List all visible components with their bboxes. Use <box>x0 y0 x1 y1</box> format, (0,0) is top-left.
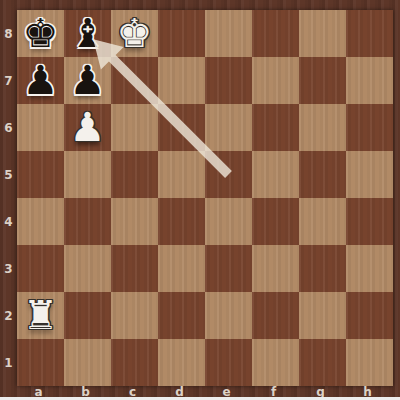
square-h4[interactable] <box>346 198 393 245</box>
square-c8[interactable]: ♚ <box>111 10 158 57</box>
square-e7[interactable] <box>205 57 252 104</box>
square-c1[interactable] <box>111 339 158 386</box>
square-e3[interactable] <box>205 245 252 292</box>
square-e6[interactable] <box>205 104 252 151</box>
square-c3[interactable] <box>111 245 158 292</box>
piece-black-bishop-b8[interactable]: ♝ <box>64 10 111 57</box>
rank-label-3: 3 <box>2 262 15 276</box>
square-b2[interactable] <box>64 292 111 339</box>
square-a7[interactable]: ♟ <box>17 57 64 104</box>
piece-black-king-a8[interactable]: ♚ <box>17 10 64 57</box>
square-e1[interactable] <box>205 339 252 386</box>
square-c5[interactable] <box>111 151 158 198</box>
square-a6[interactable] <box>17 104 64 151</box>
square-f7[interactable] <box>252 57 299 104</box>
square-c7[interactable] <box>111 57 158 104</box>
square-g6[interactable] <box>299 104 346 151</box>
chess-app-window: ♚♝♚♟♟♟♜ 87654321 abcdefgh <box>0 0 400 400</box>
piece-white-rook-a2[interactable]: ♜ <box>17 292 64 339</box>
square-a2[interactable]: ♜ <box>17 292 64 339</box>
square-d3[interactable] <box>158 245 205 292</box>
square-d5[interactable] <box>158 151 205 198</box>
square-f5[interactable] <box>252 151 299 198</box>
square-e2[interactable] <box>205 292 252 339</box>
piece-black-pawn-a7[interactable]: ♟ <box>17 57 64 104</box>
rank-label-7: 7 <box>2 74 15 88</box>
square-b6[interactable]: ♟ <box>64 104 111 151</box>
square-b8[interactable]: ♝ <box>64 10 111 57</box>
square-d6[interactable] <box>158 104 205 151</box>
square-h1[interactable] <box>346 339 393 386</box>
square-g2[interactable] <box>299 292 346 339</box>
square-f4[interactable] <box>252 198 299 245</box>
square-h5[interactable] <box>346 151 393 198</box>
square-g5[interactable] <box>299 151 346 198</box>
rank-label-8: 8 <box>2 27 15 41</box>
rank-label-5: 5 <box>2 168 15 182</box>
piece-black-pawn-b7[interactable]: ♟ <box>64 57 111 104</box>
square-e5[interactable] <box>205 151 252 198</box>
square-c2[interactable] <box>111 292 158 339</box>
square-c6[interactable] <box>111 104 158 151</box>
square-a4[interactable] <box>17 198 64 245</box>
square-b5[interactable] <box>64 151 111 198</box>
square-h2[interactable] <box>346 292 393 339</box>
rank-label-6: 6 <box>2 121 15 135</box>
square-a3[interactable] <box>17 245 64 292</box>
piece-white-pawn-b6[interactable]: ♟ <box>64 104 111 151</box>
square-d7[interactable] <box>158 57 205 104</box>
square-a8[interactable]: ♚ <box>17 10 64 57</box>
square-e4[interactable] <box>205 198 252 245</box>
square-f6[interactable] <box>252 104 299 151</box>
square-h7[interactable] <box>346 57 393 104</box>
square-f3[interactable] <box>252 245 299 292</box>
square-h3[interactable] <box>346 245 393 292</box>
square-e8[interactable] <box>205 10 252 57</box>
square-d2[interactable] <box>158 292 205 339</box>
square-f1[interactable] <box>252 339 299 386</box>
square-f2[interactable] <box>252 292 299 339</box>
square-g1[interactable] <box>299 339 346 386</box>
chess-board: ♚♝♚♟♟♟♜ <box>17 10 393 386</box>
piece-white-king-c8[interactable]: ♚ <box>111 10 158 57</box>
square-a1[interactable] <box>17 339 64 386</box>
square-h8[interactable] <box>346 10 393 57</box>
rank-label-1: 1 <box>2 356 15 370</box>
square-g7[interactable] <box>299 57 346 104</box>
square-b4[interactable] <box>64 198 111 245</box>
square-d4[interactable] <box>158 198 205 245</box>
square-c4[interactable] <box>111 198 158 245</box>
square-h6[interactable] <box>346 104 393 151</box>
square-b1[interactable] <box>64 339 111 386</box>
square-d1[interactable] <box>158 339 205 386</box>
square-d8[interactable] <box>158 10 205 57</box>
square-b7[interactable]: ♟ <box>64 57 111 104</box>
square-b3[interactable] <box>64 245 111 292</box>
square-g4[interactable] <box>299 198 346 245</box>
square-f8[interactable] <box>252 10 299 57</box>
rank-label-2: 2 <box>2 309 15 323</box>
square-g3[interactable] <box>299 245 346 292</box>
square-a5[interactable] <box>17 151 64 198</box>
square-g8[interactable] <box>299 10 346 57</box>
rank-label-4: 4 <box>2 215 15 229</box>
